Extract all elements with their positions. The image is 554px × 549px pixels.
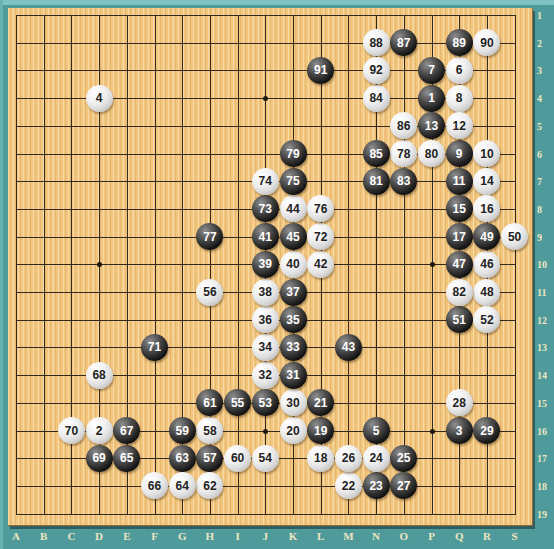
row-label-9: 9 [537,232,553,243]
stone-white-n3-move-92: 92 [363,57,390,84]
stone-black-l16-move-19: 19 [307,417,334,444]
stone-black-p4-move-1: 1 [418,85,445,112]
stone-black-j10-move-39: 39 [252,251,279,278]
stone-white-n4-move-84: 84 [363,85,390,112]
frame-left-highlight [0,0,3,549]
stone-black-j15-move-53: 53 [252,389,279,416]
stone-white-q11-move-82: 82 [446,279,473,306]
col-label-s: S [506,530,524,543]
stone-white-d14-move-68: 68 [86,362,113,389]
row-label-6: 6 [537,149,553,160]
row-label-2: 2 [537,38,553,49]
row-label-8: 8 [537,204,553,215]
col-label-e: E [118,530,136,543]
stone-black-q8-move-15: 15 [446,195,473,222]
col-label-g: G [173,530,191,543]
row-label-4: 4 [537,93,553,104]
stone-black-n6-move-85: 85 [363,140,390,167]
stone-white-s9-move-50: 50 [501,223,528,250]
stone-black-k9-move-45: 45 [280,223,307,250]
stone-black-e17-move-65: 65 [113,445,140,472]
row-label-7: 7 [537,176,553,187]
stone-white-k16-move-20: 20 [280,417,307,444]
stone-black-q6-move-9: 9 [446,140,473,167]
stone-black-o17-move-25: 25 [390,445,417,472]
col-label-o: O [395,530,413,543]
stone-white-c16-move-70: 70 [58,417,85,444]
stone-black-j8-move-73: 73 [252,195,279,222]
stone-white-r7-move-14: 14 [473,168,500,195]
stone-black-n18-move-23: 23 [363,472,390,499]
stone-white-l17-move-18: 18 [307,445,334,472]
stone-black-p3-move-7: 7 [418,57,445,84]
stone-white-j17-move-54: 54 [252,445,279,472]
stone-black-n16-move-5: 5 [363,417,390,444]
row-label-14: 14 [537,370,553,381]
stone-white-r11-move-48: 48 [473,279,500,306]
row-label-16: 16 [537,426,553,437]
col-label-m: M [339,530,357,543]
stone-white-j11-move-38: 38 [252,279,279,306]
row-label-10: 10 [537,259,553,270]
stone-black-o7-move-83: 83 [390,168,417,195]
col-label-h: H [201,530,219,543]
stone-white-d4-move-4: 4 [86,85,113,112]
row-label-5: 5 [537,121,553,132]
col-label-i: I [229,530,247,543]
go-board[interactable]: 1234567891011121314151617181920212223242… [8,8,533,526]
row-label-11: 11 [537,287,553,298]
col-label-n: N [367,530,385,543]
row-label-3: 3 [537,65,553,76]
stone-white-m17-move-26: 26 [335,445,362,472]
row-label-13: 13 [537,342,553,353]
stone-black-h17-move-57: 57 [196,445,223,472]
row-label-19: 19 [537,509,553,520]
col-label-c: C [62,530,80,543]
col-label-j: J [256,530,274,543]
stone-black-f13-move-71: 71 [141,334,168,361]
stone-black-k11-move-37: 37 [280,279,307,306]
stone-black-d17-move-69: 69 [86,445,113,472]
stone-black-n7-move-81: 81 [363,168,390,195]
stone-white-r10-move-46: 46 [473,251,500,278]
stone-black-q2-move-89: 89 [446,29,473,56]
stone-white-q15-move-28: 28 [446,389,473,416]
stone-white-j14-move-32: 32 [252,362,279,389]
stone-white-q4-move-8: 8 [446,85,473,112]
stone-white-j12-move-36: 36 [252,306,279,333]
row-label-15: 15 [537,398,553,409]
row-label-18: 18 [537,481,553,492]
stone-black-k13-move-33: 33 [280,334,307,361]
col-label-q: Q [450,530,468,543]
stone-white-l10-move-42: 42 [307,251,334,278]
stone-white-p6-move-80: 80 [418,140,445,167]
stone-black-l3-move-91: 91 [307,57,334,84]
col-label-k: K [284,530,302,543]
stone-white-i17-move-60: 60 [224,445,251,472]
stone-white-j13-move-34: 34 [252,334,279,361]
stone-black-k7-move-75: 75 [280,168,307,195]
stone-white-d16-move-2: 2 [86,417,113,444]
col-label-f: F [146,530,164,543]
col-label-a: A [7,530,25,543]
stone-black-q9-move-17: 17 [446,223,473,250]
col-label-d: D [90,530,108,543]
star-point-p10 [430,262,435,267]
stone-black-q16-move-3: 3 [446,417,473,444]
col-label-r: R [478,530,496,543]
stone-black-k12-move-35: 35 [280,306,307,333]
stone-black-q12-move-51: 51 [446,306,473,333]
stone-black-j9-move-41: 41 [252,223,279,250]
stone-black-g17-move-63: 63 [169,445,196,472]
stone-black-k14-move-31: 31 [280,362,307,389]
stone-white-k10-move-40: 40 [280,251,307,278]
frame-top-highlight [0,0,554,5]
row-label-1: 1 [537,10,553,21]
star-point-p16 [430,429,435,434]
row-label-17: 17 [537,453,553,464]
stone-black-m13-move-43: 43 [335,334,362,361]
stone-black-q7-move-11: 11 [446,168,473,195]
stone-white-q3-move-6: 6 [446,57,473,84]
go-diagram-frame: 1234567891011121314151617181920212223242… [0,0,554,549]
stone-black-g16-move-59: 59 [169,417,196,444]
stone-white-g18-move-64: 64 [169,472,196,499]
col-label-b: B [35,530,53,543]
col-label-l: L [312,530,330,543]
stone-white-k8-move-44: 44 [280,195,307,222]
row-label-12: 12 [537,315,553,326]
stone-white-j7-move-74: 74 [252,168,279,195]
col-label-p: P [423,530,441,543]
stone-white-q5-move-12: 12 [446,112,473,139]
stone-white-h11-move-56: 56 [196,279,223,306]
stone-black-q10-move-47: 47 [446,251,473,278]
stone-white-k15-move-30: 30 [280,389,307,416]
stone-white-n2-move-88: 88 [363,29,390,56]
stone-white-n17-move-24: 24 [363,445,390,472]
star-point-j16 [263,429,268,434]
stone-black-k6-move-79: 79 [280,140,307,167]
